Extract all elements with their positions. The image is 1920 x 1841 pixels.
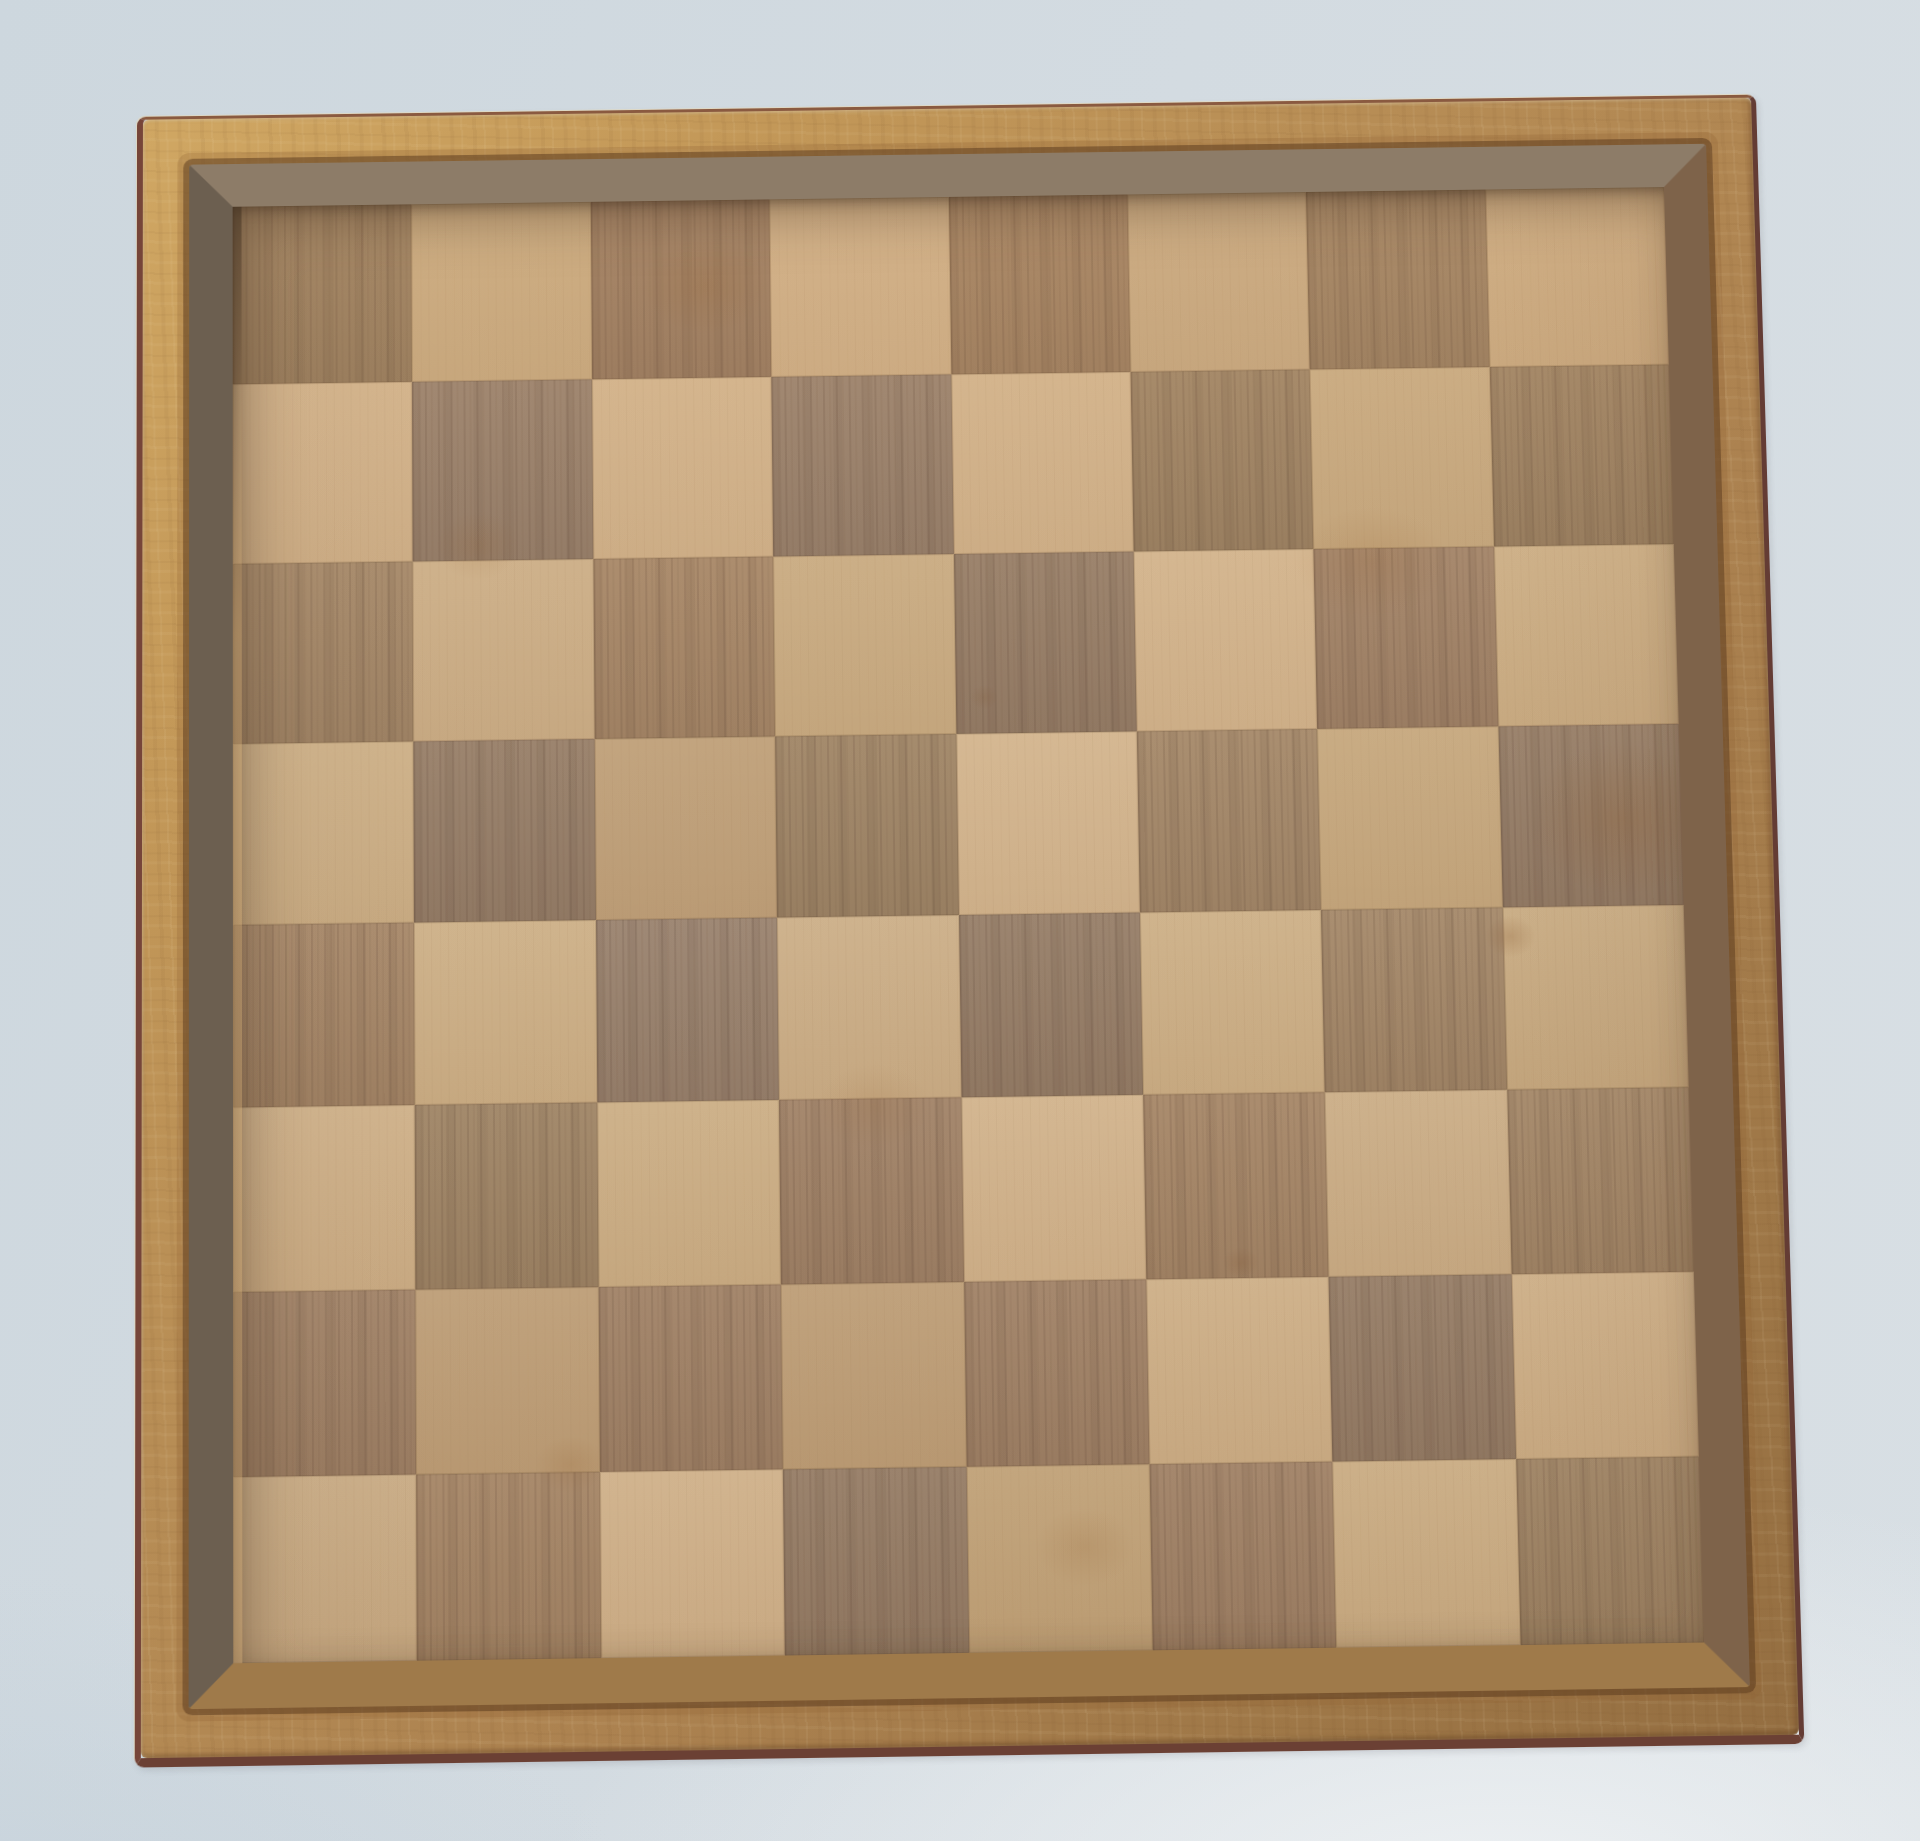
board-frame-rail: [141, 98, 1799, 1759]
square-g1[interactable]: [1333, 1459, 1521, 1648]
square-e8[interactable]: [948, 194, 1130, 374]
square-c4[interactable]: [596, 918, 779, 1103]
square-f7[interactable]: [1130, 370, 1313, 551]
square-d6[interactable]: [773, 554, 956, 737]
square-c8[interactable]: [591, 199, 772, 379]
square-b4[interactable]: [414, 920, 597, 1105]
square-h5[interactable]: [1498, 724, 1684, 908]
square-g6[interactable]: [1314, 546, 1498, 729]
square-c6[interactable]: [593, 556, 775, 739]
square-g2[interactable]: [1329, 1274, 1516, 1462]
square-a6[interactable]: [233, 561, 414, 744]
square-a3[interactable]: [233, 1105, 416, 1291]
square-f8[interactable]: [1127, 192, 1310, 372]
square-g4[interactable]: [1321, 907, 1507, 1092]
square-g3[interactable]: [1325, 1090, 1511, 1276]
square-e6[interactable]: [953, 551, 1136, 734]
square-f4[interactable]: [1140, 910, 1325, 1095]
square-h6[interactable]: [1494, 544, 1679, 727]
square-a5[interactable]: [233, 741, 414, 925]
checkerboard-grid: [233, 187, 1704, 1663]
square-f6[interactable]: [1134, 549, 1318, 732]
wooden-game-board: [135, 95, 1805, 1768]
square-d4[interactable]: [777, 915, 961, 1100]
square-d2[interactable]: [781, 1281, 966, 1469]
square-e2[interactable]: [964, 1279, 1150, 1467]
square-g8[interactable]: [1306, 190, 1489, 370]
square-a8[interactable]: [233, 204, 413, 384]
square-b7[interactable]: [412, 380, 593, 561]
square-b6[interactable]: [413, 559, 594, 742]
square-d7[interactable]: [771, 375, 953, 556]
board-tray-well: [189, 144, 1750, 1709]
photo-backdrop: [0, 0, 1920, 1841]
square-e7[interactable]: [951, 372, 1134, 553]
square-h1[interactable]: [1516, 1456, 1704, 1645]
square-g5[interactable]: [1317, 726, 1502, 910]
square-d1[interactable]: [783, 1467, 969, 1656]
square-a7[interactable]: [233, 382, 413, 563]
square-c5[interactable]: [594, 736, 777, 920]
square-h7[interactable]: [1489, 365, 1673, 546]
square-g7[interactable]: [1310, 367, 1494, 548]
square-b8[interactable]: [412, 202, 592, 382]
square-h4[interactable]: [1502, 905, 1688, 1090]
square-c3[interactable]: [597, 1100, 781, 1286]
square-f1[interactable]: [1149, 1461, 1336, 1650]
square-e1[interactable]: [966, 1464, 1152, 1653]
square-h3[interactable]: [1507, 1087, 1694, 1273]
square-b3[interactable]: [415, 1103, 598, 1289]
square-d3[interactable]: [779, 1098, 964, 1284]
square-f5[interactable]: [1137, 729, 1321, 913]
square-c1[interactable]: [600, 1469, 785, 1658]
square-b1[interactable]: [416, 1472, 601, 1661]
square-b2[interactable]: [416, 1287, 600, 1475]
square-d8[interactable]: [769, 197, 950, 377]
square-e3[interactable]: [961, 1095, 1146, 1281]
square-c7[interactable]: [592, 377, 773, 558]
square-c2[interactable]: [598, 1284, 783, 1472]
square-a1[interactable]: [233, 1474, 417, 1663]
square-e5[interactable]: [956, 731, 1140, 915]
square-a2[interactable]: [233, 1289, 416, 1477]
square-h2[interactable]: [1511, 1271, 1699, 1459]
square-e4[interactable]: [958, 912, 1143, 1097]
square-f2[interactable]: [1146, 1276, 1332, 1464]
square-b5[interactable]: [414, 739, 596, 923]
square-d5[interactable]: [775, 734, 958, 918]
square-f3[interactable]: [1143, 1092, 1329, 1278]
square-h8[interactable]: [1485, 187, 1669, 367]
square-a4[interactable]: [233, 923, 415, 1108]
